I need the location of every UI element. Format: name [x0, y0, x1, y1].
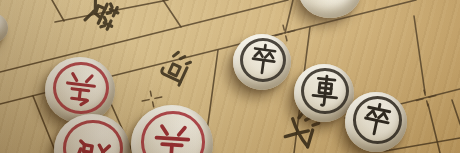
- piece-face: [55, 112, 131, 153]
- red-soldier-glyph: [58, 66, 105, 110]
- river-label-chu: [85, 0, 120, 31]
- black-chariot-glyph: [305, 72, 344, 110]
- piece-face: [234, 32, 292, 88]
- black-soldier-glyph: [355, 99, 399, 142]
- piece-black-soldier-2[interactable]: [345, 92, 407, 152]
- piece-black-chariot[interactable]: [294, 64, 354, 122]
- piece-red-soldier-2[interactable]: [131, 105, 213, 153]
- red-soldier-glyph: [147, 117, 199, 153]
- piece-face: [346, 90, 408, 150]
- river-label-he: [159, 49, 192, 85]
- black-soldier-glyph: [243, 41, 282, 79]
- piece-red-cannon[interactable]: [54, 114, 130, 153]
- xiangqi-board-photo: [0, 0, 460, 153]
- piece-face: [132, 103, 214, 153]
- piece-black-soldier-1[interactable]: [233, 34, 291, 90]
